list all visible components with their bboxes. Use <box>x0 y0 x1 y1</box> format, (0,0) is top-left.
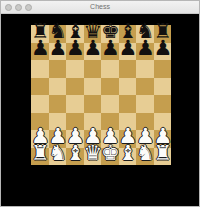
close-button[interactable] <box>5 4 12 11</box>
black-queen: ♛ <box>84 19 102 44</box>
chess-window: Chess ♜♞♝♛♚♝♞♜♟♟♟♟♟♟♟♟♟♟♟♟♟♟♟♟♜♞♝♛♚♝♞♜ <box>0 0 200 207</box>
square-b1[interactable]: ♞ <box>49 148 67 166</box>
black-knight: ♞ <box>49 19 67 44</box>
square-c2[interactable]: ♟ <box>66 130 84 148</box>
square-f2[interactable]: ♟ <box>119 130 137 148</box>
square-b2[interactable]: ♟ <box>49 130 67 148</box>
square-e4[interactable] <box>101 95 119 113</box>
square-d2[interactable]: ♟ <box>84 130 102 148</box>
black-king: ♚ <box>101 19 119 44</box>
square-e5[interactable] <box>101 78 119 96</box>
square-h2[interactable]: ♟ <box>154 130 172 148</box>
square-d6[interactable] <box>84 60 102 78</box>
square-c1[interactable]: ♝ <box>66 148 84 166</box>
square-g5[interactable] <box>136 78 154 96</box>
square-h6[interactable] <box>154 60 172 78</box>
square-g3[interactable] <box>136 113 154 131</box>
square-b8[interactable]: ♞ <box>49 25 67 43</box>
black-knight: ♞ <box>136 19 154 44</box>
square-e3[interactable] <box>101 113 119 131</box>
square-d3[interactable] <box>84 113 102 131</box>
chess-board: ♜♞♝♛♚♝♞♜♟♟♟♟♟♟♟♟♟♟♟♟♟♟♟♟♜♞♝♛♚♝♞♜ <box>31 25 171 165</box>
square-d5[interactable] <box>84 78 102 96</box>
square-f6[interactable] <box>119 60 137 78</box>
square-h5[interactable] <box>154 78 172 96</box>
square-g6[interactable] <box>136 60 154 78</box>
square-g7[interactable]: ♟ <box>136 43 154 61</box>
traffic-light-buttons <box>5 4 32 11</box>
square-c5[interactable] <box>66 78 84 96</box>
square-a8[interactable]: ♜ <box>31 25 49 43</box>
square-g4[interactable] <box>136 95 154 113</box>
square-c7[interactable]: ♟ <box>66 43 84 61</box>
black-bishop: ♝ <box>66 19 84 44</box>
square-a5[interactable] <box>31 78 49 96</box>
square-d7[interactable]: ♟ <box>84 43 102 61</box>
square-f3[interactable] <box>119 113 137 131</box>
square-f5[interactable] <box>119 78 137 96</box>
square-b7[interactable]: ♟ <box>49 43 67 61</box>
square-e7[interactable]: ♟ <box>101 43 119 61</box>
square-f1[interactable]: ♝ <box>119 148 137 166</box>
square-a4[interactable] <box>31 95 49 113</box>
square-g2[interactable]: ♟ <box>136 130 154 148</box>
square-c6[interactable] <box>66 60 84 78</box>
square-b3[interactable] <box>49 113 67 131</box>
square-e6[interactable] <box>101 60 119 78</box>
square-h4[interactable] <box>154 95 172 113</box>
square-d1[interactable]: ♛ <box>84 148 102 166</box>
square-b5[interactable] <box>49 78 67 96</box>
titlebar[interactable]: Chess <box>1 1 199 14</box>
square-h8[interactable]: ♜ <box>154 25 172 43</box>
square-c4[interactable] <box>66 95 84 113</box>
zoom-button[interactable] <box>25 4 32 11</box>
square-f7[interactable]: ♟ <box>119 43 137 61</box>
square-e8[interactable]: ♚ <box>101 25 119 43</box>
square-a2[interactable]: ♟ <box>31 130 49 148</box>
square-b4[interactable] <box>49 95 67 113</box>
square-a7[interactable]: ♟ <box>31 43 49 61</box>
square-f4[interactable] <box>119 95 137 113</box>
square-g1[interactable]: ♞ <box>136 148 154 166</box>
square-d8[interactable]: ♛ <box>84 25 102 43</box>
square-a6[interactable] <box>31 60 49 78</box>
square-d4[interactable] <box>84 95 102 113</box>
square-g8[interactable]: ♞ <box>136 25 154 43</box>
square-c8[interactable]: ♝ <box>66 25 84 43</box>
black-bishop: ♝ <box>119 19 137 44</box>
square-e1[interactable]: ♚ <box>101 148 119 166</box>
square-a3[interactable] <box>31 113 49 131</box>
square-c3[interactable] <box>66 113 84 131</box>
minimize-button[interactable] <box>15 4 22 11</box>
black-rook: ♜ <box>31 19 49 44</box>
square-h7[interactable]: ♟ <box>154 43 172 61</box>
square-b6[interactable] <box>49 60 67 78</box>
square-h1[interactable]: ♜ <box>154 148 172 166</box>
black-rook: ♜ <box>154 19 172 44</box>
square-a1[interactable]: ♜ <box>31 148 49 166</box>
square-f8[interactable]: ♝ <box>119 25 137 43</box>
square-h3[interactable] <box>154 113 172 131</box>
square-e2[interactable]: ♟ <box>101 130 119 148</box>
